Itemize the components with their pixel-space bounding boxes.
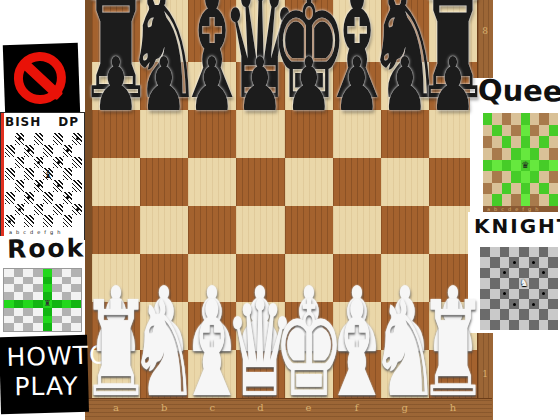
diagram-square	[502, 148, 511, 160]
diagram-square	[24, 192, 34, 204]
diagram-square	[500, 257, 510, 267]
diagram-square	[511, 113, 520, 125]
square-b5[interactable]	[140, 158, 188, 206]
diagram-square	[521, 183, 530, 195]
diagram-square	[33, 323, 43, 331]
diagram-square	[5, 133, 15, 145]
diagram-square	[521, 125, 530, 137]
diagram-square	[24, 145, 34, 157]
bishop-panel-title-2: DP	[58, 115, 79, 129]
diagram-square	[34, 215, 44, 227]
diagram-square	[539, 320, 549, 330]
diagram-square	[23, 323, 33, 331]
move-dot	[18, 208, 21, 211]
diagram-square	[4, 284, 14, 292]
diagram-square	[15, 157, 25, 169]
diagram-square	[492, 125, 501, 137]
piece-black-pawn-h7[interactable]: ♟	[429, 47, 477, 121]
knight-piece-icon: ♞	[519, 278, 528, 288]
diagram-square	[43, 277, 53, 285]
diagram-square	[72, 204, 82, 216]
diagram-square	[539, 257, 549, 267]
diagram-square	[548, 309, 558, 319]
diagram-square	[548, 299, 558, 309]
diagram-square	[43, 316, 53, 324]
piece-white-rook-h1[interactable]: ♜	[417, 283, 488, 415]
move-dot	[76, 137, 79, 140]
diagram-square	[539, 171, 548, 183]
diagram-square	[15, 204, 25, 216]
diagram-square	[14, 277, 24, 285]
diagram-square	[43, 133, 53, 145]
diagram-square	[62, 316, 72, 324]
diagram-square	[509, 289, 519, 299]
diagram-square	[43, 215, 53, 227]
diagram-square	[502, 160, 511, 172]
diagram-square	[52, 284, 62, 292]
diagram-square	[4, 269, 14, 277]
diagram-square	[509, 247, 519, 257]
diagram-square: ♝	[43, 168, 53, 180]
diagram-square	[72, 157, 82, 169]
diagram-square	[63, 215, 73, 227]
square-d5[interactable]	[236, 158, 284, 206]
diagram-square	[500, 289, 510, 299]
diagram-square	[72, 133, 82, 145]
diagram-square	[63, 157, 73, 169]
diagram-square	[529, 289, 539, 299]
red-edge-strip	[1, 113, 4, 239]
diagram-square	[492, 136, 501, 148]
square-d4[interactable]	[236, 206, 284, 254]
diagram-square	[492, 148, 501, 160]
rook-diagram-panel: Rook ♜	[0, 236, 84, 332]
diagram-square	[492, 171, 501, 183]
diagram-square	[52, 316, 62, 324]
diagram-square	[500, 268, 510, 278]
diagram-square	[509, 299, 519, 309]
diagram-square	[52, 269, 62, 277]
diagram-square	[14, 292, 24, 300]
diagram-square	[502, 125, 511, 137]
diagram-square	[4, 277, 14, 285]
diagram-square	[63, 192, 73, 204]
diagram-square	[548, 289, 558, 299]
chess-board: ♜♞♝♛♚♝♞♜♟♟♟♟♟♟♟♟♟♟♟♟♟♟♟♟♜♞♝♛♚♝♞♜ 8765432…	[85, 0, 492, 420]
diagram-square	[500, 247, 510, 257]
diagram-square	[539, 148, 548, 160]
diagram-square	[4, 316, 14, 324]
diagram-square: ♛	[521, 160, 530, 172]
diagram-square	[5, 192, 15, 204]
diagram-square	[63, 204, 73, 216]
diagram-square	[483, 148, 492, 160]
square-e4[interactable]	[285, 206, 333, 254]
square-g4[interactable]	[381, 206, 429, 254]
diagram-square	[511, 125, 520, 137]
diagram-square	[500, 309, 510, 319]
diagram-square	[529, 320, 539, 330]
knight-moves-board: ♞	[480, 247, 558, 330]
diagram-square	[52, 292, 62, 300]
rook-panel-title: Rook	[7, 233, 86, 263]
diagram-square	[521, 113, 530, 125]
diagram-square	[530, 148, 539, 160]
diagram-square	[529, 257, 539, 267]
diagram-square	[490, 320, 500, 330]
diagram-square	[548, 247, 558, 257]
square-a5[interactable]	[92, 158, 140, 206]
diagram-square	[33, 308, 43, 316]
diagram-square	[549, 160, 558, 172]
diagram-square	[14, 269, 24, 277]
diagram-square	[15, 215, 25, 227]
diagram-square	[502, 171, 511, 183]
diagram-square	[490, 289, 500, 299]
diagram-square	[539, 247, 549, 257]
move-dot	[542, 292, 545, 295]
diagram-square	[490, 278, 500, 288]
diagram-square	[548, 268, 558, 278]
diagram-square	[63, 145, 73, 157]
move-dot	[27, 149, 30, 152]
diagram-square	[492, 194, 501, 206]
square-a4[interactable]	[92, 206, 140, 254]
diagram-square	[490, 257, 500, 267]
piece-black-pawn-b7[interactable]: ♟	[140, 47, 188, 121]
diagram-square	[483, 160, 492, 172]
diagram-square	[43, 284, 53, 292]
diagram-square	[539, 125, 548, 137]
square-f4[interactable]	[333, 206, 381, 254]
square-c4[interactable]	[188, 206, 236, 254]
app-window: ♜♞♝♛♚♝♞♜♟♟♟♟♟♟♟♟♟♟♟♟♟♟♟♟♜♞♝♛♚♝♞♜ 8765432…	[0, 0, 560, 420]
diagram-square	[530, 160, 539, 172]
move-dot	[542, 271, 545, 274]
diagram-square	[24, 215, 34, 227]
piece-black-pawn-f7[interactable]: ♟	[333, 47, 381, 121]
diagram-square	[72, 215, 82, 227]
diagram-square	[62, 292, 72, 300]
diagram-square	[529, 247, 539, 257]
diagram-square	[34, 157, 44, 169]
how-to-play-button[interactable]: HOWTO PLAY	[0, 335, 89, 414]
diagram-square	[62, 308, 72, 316]
diagram-square	[15, 133, 25, 145]
diagram-square	[43, 192, 53, 204]
diagram-square	[52, 277, 62, 285]
diagram-square	[23, 269, 33, 277]
diagram-square	[34, 145, 44, 157]
diagram-square	[539, 194, 548, 206]
diagram-square	[539, 136, 548, 148]
diagram-square	[521, 171, 530, 183]
move-dot	[57, 161, 60, 164]
diagram-square	[509, 278, 519, 288]
diagram-square	[23, 292, 33, 300]
diagram-square	[34, 204, 44, 216]
diagram-square	[519, 309, 529, 319]
diagram-square	[63, 168, 73, 180]
piece-black-pawn-c7[interactable]: ♟	[188, 47, 236, 121]
diagram-square	[4, 308, 14, 316]
how-to-play-line1: HOWTO	[6, 341, 88, 373]
diagram-square	[53, 168, 63, 180]
diagram-square	[549, 113, 558, 125]
diagram-square	[72, 192, 82, 204]
diagram-square	[529, 299, 539, 309]
diagram-square	[509, 257, 519, 267]
diagram-square	[23, 316, 33, 324]
diagram-square	[483, 171, 492, 183]
diagram-square	[24, 204, 34, 216]
diagram-square	[23, 277, 33, 285]
diagram-square	[62, 323, 72, 331]
diagram-square	[539, 289, 549, 299]
diagram-square	[33, 300, 43, 308]
diagram-square	[530, 136, 539, 148]
diagram-square	[23, 300, 33, 308]
diagram-square	[53, 157, 63, 169]
diagram-square	[539, 278, 549, 288]
diagram-square	[490, 247, 500, 257]
move-dot	[503, 271, 506, 274]
diagram-square	[43, 157, 53, 169]
rook-moves-board: ♜	[3, 268, 82, 332]
diagram-square	[15, 145, 25, 157]
diagram-square	[33, 316, 43, 324]
diagram-square	[4, 323, 14, 331]
move-dot	[513, 303, 516, 306]
move-dot	[8, 220, 11, 223]
piece-black-pawn-g7[interactable]: ♟	[381, 47, 429, 121]
diagram-square	[33, 277, 43, 285]
move-dot	[76, 208, 79, 211]
knight-panel-title: KNIGHT	[474, 214, 560, 238]
diagram-square	[548, 278, 558, 288]
move-dot	[27, 196, 30, 199]
diagram-square	[483, 136, 492, 148]
diagram-square	[43, 323, 53, 331]
diagram-square	[24, 133, 34, 145]
diagram-square	[24, 180, 34, 192]
diagram-square	[509, 320, 519, 330]
diagram-square	[43, 180, 53, 192]
rook-piece-icon: ♜	[44, 300, 51, 308]
diagram-square	[519, 247, 529, 257]
diagram-square	[33, 284, 43, 292]
piece-black-pawn-a7[interactable]: ♟	[92, 47, 140, 121]
diagram-square	[500, 320, 510, 330]
diagram-square	[5, 180, 15, 192]
diagram-square	[502, 194, 511, 206]
diagram-square	[62, 300, 72, 308]
diagram-square	[53, 204, 63, 216]
diagram-square	[14, 300, 24, 308]
diagram-square	[549, 136, 558, 148]
square-c5[interactable]	[188, 158, 236, 206]
diagram-square	[549, 125, 558, 137]
diagram-square	[53, 192, 63, 204]
diagram-square	[480, 247, 490, 257]
diagram-square	[53, 215, 63, 227]
diagram-square	[530, 183, 539, 195]
diagram-square	[549, 148, 558, 160]
diagram-square	[519, 320, 529, 330]
diagram-square	[490, 309, 500, 319]
bishop-diagram-panel: BISH DP ♝ abcdefgh	[0, 112, 85, 240]
diagram-square	[529, 268, 539, 278]
diagram-square	[43, 308, 53, 316]
move-dot	[57, 184, 60, 187]
piece-black-pawn-e7[interactable]: ♟	[285, 47, 333, 121]
move-dot	[18, 137, 21, 140]
diagram-square	[549, 183, 558, 195]
diagram-square	[521, 148, 530, 160]
diagram-square	[519, 299, 529, 309]
square-g5[interactable]	[381, 158, 429, 206]
diagram-square	[483, 183, 492, 195]
diagram-square	[5, 157, 15, 169]
diagram-square	[62, 269, 72, 277]
diagram-square	[530, 171, 539, 183]
diagram-square	[5, 215, 15, 227]
diagram-square	[5, 145, 15, 157]
move-dot	[513, 261, 516, 264]
diagram-square	[500, 299, 510, 309]
diagram-square	[502, 136, 511, 148]
diagram-square	[539, 113, 548, 125]
diagram-square	[529, 309, 539, 319]
diagram-square	[521, 194, 530, 206]
diagram-square	[43, 269, 53, 277]
move-dot	[532, 261, 535, 264]
diagram-square	[530, 125, 539, 137]
diagram-square	[529, 278, 539, 288]
diagram-square	[4, 300, 14, 308]
diagram-square	[34, 180, 44, 192]
diagram-square	[519, 257, 529, 267]
diagram-square	[14, 316, 24, 324]
diagram-square	[72, 145, 82, 157]
diagram-square	[521, 136, 530, 148]
diagram-square	[53, 145, 63, 157]
diagram-square	[14, 284, 24, 292]
diagram-square	[23, 308, 33, 316]
piece-black-pawn-d7[interactable]: ♟	[236, 47, 284, 121]
move-dot	[66, 149, 69, 152]
diagram-square	[511, 160, 520, 172]
bishop-piece-icon: ♝	[43, 169, 53, 180]
diagram-square	[539, 309, 549, 319]
diagram-square	[502, 113, 511, 125]
diagram-square	[4, 292, 14, 300]
diagram-square	[539, 299, 549, 309]
diagram-square	[72, 180, 82, 192]
diagram-square	[34, 133, 44, 145]
diagram-square	[34, 192, 44, 204]
move-dot	[503, 292, 506, 295]
diagram-square	[15, 192, 25, 204]
diagram-square	[539, 183, 548, 195]
diagram-square: ♜	[43, 300, 53, 308]
diagram-square	[23, 284, 33, 292]
diagram-square	[53, 180, 63, 192]
diagram-square	[63, 180, 73, 192]
diagram-square: ♞	[519, 278, 529, 288]
diagram-square	[483, 194, 492, 206]
diagram-square	[43, 145, 53, 157]
diagram-square	[52, 323, 62, 331]
bishop-moves-board: ♝	[5, 133, 82, 227]
diagram-square	[492, 183, 501, 195]
diagram-square	[492, 113, 501, 125]
diagram-square	[549, 194, 558, 206]
diagram-square	[539, 160, 548, 172]
diagram-square	[72, 168, 82, 180]
diagram-square	[509, 309, 519, 319]
diagram-square	[480, 257, 490, 267]
diagram-square	[33, 292, 43, 300]
diagram-square	[490, 299, 500, 309]
move-dot	[66, 196, 69, 199]
bishop-panel-title: BISH	[5, 115, 41, 129]
diagram-square	[490, 268, 500, 278]
diagram-square	[511, 171, 520, 183]
square-f5[interactable]	[333, 158, 381, 206]
diagram-square	[52, 308, 62, 316]
queen-moves-board: ♛	[483, 113, 558, 206]
diagram-square	[511, 136, 520, 148]
diagram-square	[24, 168, 34, 180]
how-to-play-line2: PLAY	[14, 371, 88, 402]
diagram-square	[62, 277, 72, 285]
diagram-square	[511, 194, 520, 206]
diagram-square	[34, 168, 44, 180]
diagram-square	[62, 284, 72, 292]
diagram-square	[539, 268, 549, 278]
move-dot	[37, 161, 40, 164]
diagram-square	[52, 300, 62, 308]
diagram-square	[511, 148, 520, 160]
move-dot	[532, 303, 535, 306]
diagram-square	[63, 133, 73, 145]
diagram-square	[43, 204, 53, 216]
diagram-square	[53, 133, 63, 145]
diagram-square	[548, 257, 558, 267]
diagram-square	[5, 204, 15, 216]
diagram-square	[500, 278, 510, 288]
diagram-square	[24, 157, 34, 169]
diagram-square	[492, 160, 501, 172]
diagram-square	[548, 320, 558, 330]
no-sign-button[interactable]	[3, 43, 80, 118]
diagram-square	[530, 194, 539, 206]
diagram-square	[15, 168, 25, 180]
square-b4[interactable]	[140, 206, 188, 254]
diagram-square	[15, 180, 25, 192]
diagram-square	[549, 171, 558, 183]
queen-piece-icon: ♛	[521, 161, 529, 170]
diagram-square	[33, 269, 43, 277]
diagram-square	[511, 183, 520, 195]
diagram-square	[502, 183, 511, 195]
diagram-square	[5, 168, 15, 180]
square-e5[interactable]	[285, 158, 333, 206]
diagram-square	[530, 113, 539, 125]
diagram-square	[14, 308, 24, 316]
diagram-square	[519, 289, 529, 299]
